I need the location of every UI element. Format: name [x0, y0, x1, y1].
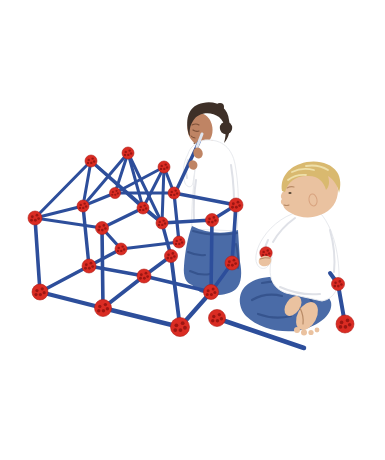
ball-hole — [130, 152, 132, 154]
ball-hole — [30, 219, 33, 222]
floor-rod-ball — [209, 310, 226, 327]
ball-hole — [34, 293, 37, 296]
connector-ball — [225, 256, 239, 270]
ball-hole — [125, 151, 127, 153]
ball-hole — [84, 267, 87, 270]
ball-hole — [262, 254, 264, 256]
ball-hole — [162, 219, 164, 221]
ball-hole — [140, 206, 142, 208]
dumbbell-group — [330, 273, 354, 333]
ball-hole — [36, 214, 39, 217]
ball-hole — [88, 267, 91, 270]
ball-hole — [233, 259, 236, 262]
ball-hole — [142, 209, 144, 211]
rod — [35, 218, 102, 228]
ball-hole — [123, 248, 125, 250]
connector-ball — [229, 198, 243, 212]
ball-hole — [213, 216, 216, 219]
connector-ball — [168, 187, 180, 199]
ball-hole — [166, 257, 169, 260]
ball-hole — [173, 328, 177, 332]
ball-hole — [232, 202, 235, 205]
boy-toe-2 — [301, 330, 307, 336]
connector-ball — [137, 269, 151, 283]
boy-figure — [240, 162, 340, 336]
girl-hair-curl — [216, 103, 224, 111]
ball-hole — [98, 305, 101, 308]
ball-hole — [214, 219, 217, 222]
ball-hole — [268, 252, 270, 254]
ball-hole — [212, 315, 215, 318]
ball-hole — [104, 303, 107, 306]
ball-hole — [348, 323, 352, 327]
ball-hole — [43, 291, 46, 294]
ball-hole — [231, 206, 234, 209]
ball-hole — [139, 277, 142, 280]
dumbbell-ball-top — [332, 278, 345, 291]
rod — [171, 256, 180, 327]
ball-hole — [227, 264, 230, 267]
ball-hole — [115, 190, 117, 192]
ball-hole — [220, 317, 223, 320]
ball-hole — [128, 149, 130, 151]
ball-hole — [174, 189, 176, 191]
ball-hole — [333, 285, 336, 288]
rod — [102, 208, 143, 228]
ball-hole — [234, 262, 237, 265]
ball-hole — [171, 191, 173, 193]
rod — [35, 218, 40, 292]
ball-hole — [179, 328, 183, 332]
ball-hole — [80, 204, 82, 206]
ball-hole — [172, 252, 175, 255]
connector-ball — [204, 285, 219, 300]
connector-ball — [137, 202, 149, 214]
ball-hole — [91, 265, 94, 268]
ball-hole — [112, 191, 114, 193]
ball-hole — [266, 249, 268, 251]
ball-hole — [166, 166, 168, 168]
ball-hole — [208, 218, 211, 221]
ball-hole — [183, 326, 187, 330]
ball-hole — [106, 307, 109, 310]
ball-hole — [207, 221, 210, 224]
ball-hole — [117, 192, 119, 194]
ball-hole — [31, 215, 34, 218]
ball-hole — [163, 168, 165, 170]
connector-ball — [165, 250, 178, 263]
ball-hole — [101, 229, 104, 232]
ball-hole — [118, 247, 120, 249]
ball-hole — [178, 243, 180, 245]
ball-hole — [212, 288, 215, 291]
boy-toe-4 — [315, 328, 320, 333]
rod — [83, 206, 89, 266]
ball-hole — [231, 264, 234, 267]
ball-hole — [145, 272, 148, 275]
ball-hole — [103, 224, 106, 227]
ball-hole — [167, 254, 170, 257]
ball-hole — [91, 157, 93, 159]
connector-ball — [77, 200, 89, 212]
ball-hole — [174, 323, 178, 327]
ball-hole — [140, 273, 143, 276]
ball-hole — [211, 319, 214, 322]
ball-hole — [120, 250, 122, 252]
ball-hole — [104, 227, 107, 230]
ball-hole — [90, 262, 93, 265]
ball-hole — [211, 221, 214, 224]
ball-hole — [179, 238, 181, 240]
connector-ball — [28, 211, 42, 225]
ball-hole — [181, 321, 185, 325]
ball-hole — [143, 277, 146, 280]
ball-hole — [173, 194, 175, 196]
ball-hole — [127, 154, 129, 156]
ball-hole — [216, 319, 219, 322]
ball-hole — [237, 201, 240, 204]
ball-hole — [238, 204, 241, 207]
boy-mouth — [284, 205, 289, 206]
ball-hole — [173, 255, 176, 258]
ball-hole — [145, 207, 147, 209]
ball-hole — [93, 160, 95, 162]
connector-ball — [115, 243, 127, 255]
rod — [40, 292, 103, 308]
ball-hole — [79, 207, 81, 209]
ball-hole — [83, 202, 85, 204]
ball-hole — [139, 209, 141, 211]
ball-hole — [161, 165, 163, 167]
ball-hole — [98, 226, 101, 229]
connector-ball — [206, 214, 219, 227]
product-photo — [0, 0, 385, 460]
connector-ball — [32, 284, 48, 300]
ball-hole — [334, 282, 337, 285]
ball-hole — [102, 309, 105, 312]
connector-ball — [95, 300, 112, 317]
connector-ball — [158, 161, 170, 173]
connector-ball — [173, 236, 185, 248]
boy-eye — [288, 192, 291, 194]
connector-ball — [82, 259, 96, 273]
ball-hole — [34, 219, 37, 222]
connector-ball — [122, 147, 134, 159]
ball-hole — [117, 250, 119, 252]
ball-hole — [170, 194, 172, 196]
ball-hole — [124, 154, 126, 156]
ball-hole — [121, 245, 123, 247]
ball-hole — [39, 293, 42, 296]
ball-hole — [82, 207, 84, 209]
rod — [103, 308, 180, 327]
ball-hole — [207, 289, 210, 292]
scene-svg — [0, 0, 385, 460]
ball-hole — [158, 224, 160, 226]
ball-hole — [181, 241, 183, 243]
ball-hole — [337, 285, 340, 288]
ball-hole — [161, 224, 163, 226]
ball-hole — [143, 204, 145, 206]
ball-hole — [90, 162, 92, 164]
ball-hole — [146, 275, 149, 278]
ball-hole — [85, 263, 88, 266]
ball-hole — [175, 243, 177, 245]
ball-hole — [344, 325, 348, 329]
ball-hole — [114, 194, 116, 196]
connector-ball — [96, 222, 109, 235]
ball-hole — [111, 194, 113, 196]
ball-hole — [262, 251, 264, 253]
ball-hole — [339, 280, 342, 283]
girl-hair-bun — [220, 122, 232, 134]
ball-hole — [228, 260, 231, 263]
ball-hole — [164, 163, 166, 165]
ball-hole — [170, 257, 173, 260]
connector-ball — [156, 217, 168, 229]
ball-hole — [35, 289, 38, 292]
ball-hole — [206, 293, 209, 296]
ball-hole — [159, 221, 161, 223]
ball-hole — [97, 309, 100, 312]
ball-hole — [88, 159, 90, 161]
ball-hole — [85, 205, 87, 207]
boy-toe-3 — [308, 330, 313, 335]
ball-hole — [176, 192, 178, 194]
rod — [40, 266, 89, 292]
ball-hole — [210, 293, 213, 296]
rod — [162, 167, 164, 223]
ball-hole — [346, 319, 350, 323]
rod — [211, 220, 212, 292]
boy-toe-1 — [294, 327, 300, 333]
rod — [174, 193, 179, 242]
connector-ball — [171, 318, 190, 337]
ball-hole — [41, 287, 44, 290]
ball-hole — [176, 240, 178, 242]
ball-hole — [160, 168, 162, 170]
ball-hole — [339, 325, 343, 329]
rod — [89, 266, 144, 276]
ball-hole — [97, 229, 100, 232]
connector-ball — [85, 155, 97, 167]
connector-ball — [110, 188, 121, 199]
dumbbell-ball-bottom — [336, 315, 354, 333]
ball-hole — [37, 217, 40, 220]
ball-hole — [340, 321, 344, 325]
ball-hole — [87, 162, 89, 164]
ball-hole — [164, 222, 166, 224]
ball-hole — [218, 313, 221, 316]
ball-hole — [213, 291, 216, 294]
ball-hole — [340, 283, 343, 286]
ball-hole — [235, 206, 238, 209]
